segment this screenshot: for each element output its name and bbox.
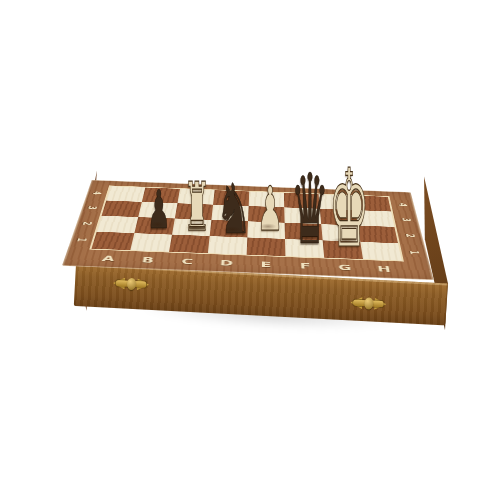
piece-shadow-d2: [218, 225, 246, 234]
piece-shadow-e2: [256, 222, 280, 231]
product-photo-scene: ABCDEFGH 4321 4321 ♟♜♞♟♛♚: [0, 0, 500, 500]
piece-shadow-b2: [147, 220, 168, 229]
piece-shadow-g2: [324, 236, 367, 245]
pieces-layer: ♟♜♞♟♛♚: [0, 0, 500, 500]
piece-shadow-c2: [182, 223, 208, 232]
piece-shadow-f2: [288, 234, 327, 243]
piece-black-queen-f2[interactable]: ♛: [291, 161, 329, 258]
piece-white-king-g2[interactable]: ♚: [329, 155, 370, 263]
